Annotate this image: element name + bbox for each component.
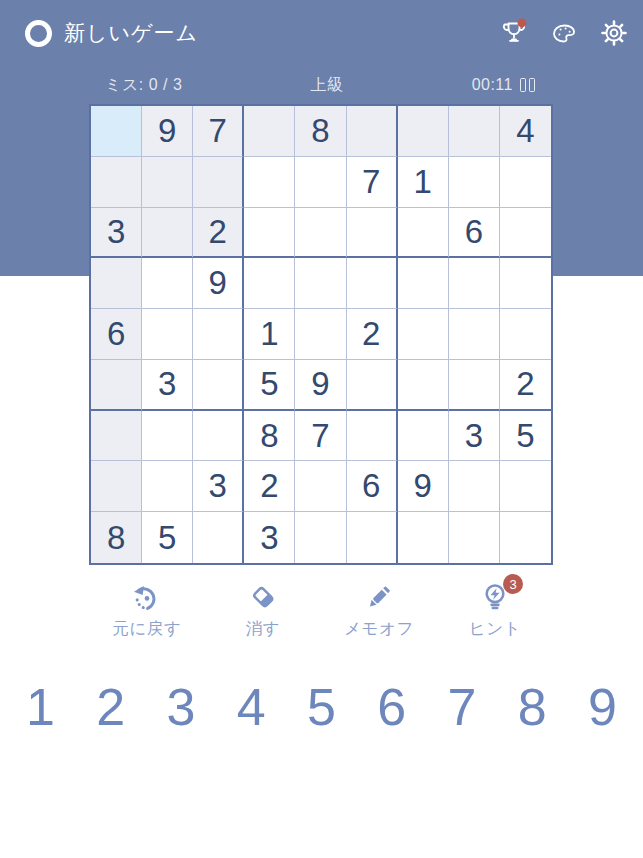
mistakes-counter: ミス: 0 / 3: [105, 75, 182, 96]
cell-r9c8[interactable]: [449, 512, 500, 563]
difficulty-label: 上級: [310, 75, 343, 96]
cell-r3c2[interactable]: [142, 208, 193, 259]
pause-button[interactable]: [520, 78, 535, 92]
cell-r2c2[interactable]: [142, 157, 193, 208]
cell-r3c5[interactable]: [295, 208, 346, 259]
erase-button[interactable]: 消す: [205, 581, 321, 647]
cell-r6c5[interactable]: 9: [295, 360, 346, 411]
cell-r3c3[interactable]: 2: [193, 208, 244, 259]
pencil-icon: [363, 581, 395, 613]
cell-r7c6[interactable]: [347, 411, 398, 462]
cell-r2c6[interactable]: 7: [347, 157, 398, 208]
cell-r3c1[interactable]: 3: [91, 208, 142, 259]
cell-r4c8[interactable]: [449, 258, 500, 309]
numpad-1[interactable]: 1: [26, 681, 55, 733]
cell-r1c3[interactable]: 7: [193, 106, 244, 157]
cell-r8c7[interactable]: 9: [398, 461, 449, 512]
timer-group: 00:11: [472, 76, 535, 94]
cell-r7c7[interactable]: [398, 411, 449, 462]
undo-icon: [131, 581, 163, 613]
cell-r8c2[interactable]: [142, 461, 193, 512]
numpad-4[interactable]: 4: [237, 681, 266, 733]
cell-r5c8[interactable]: [449, 309, 500, 360]
cell-r6c2[interactable]: 3: [142, 360, 193, 411]
settings-gear-button[interactable]: [599, 18, 629, 48]
trophy-button[interactable]: [499, 18, 529, 48]
header-bar: 新しいゲーム: [0, 14, 643, 52]
cell-r7c1[interactable]: [91, 411, 142, 462]
cell-r6c4[interactable]: 5: [244, 360, 295, 411]
hint-label: ヒント: [469, 618, 521, 640]
hint-count-badge: 3: [503, 574, 523, 594]
cell-r4c5[interactable]: [295, 258, 346, 309]
cell-r1c7[interactable]: [398, 106, 449, 157]
cell-r4c7[interactable]: [398, 258, 449, 309]
cell-r8c1[interactable]: [91, 461, 142, 512]
cell-r1c9[interactable]: 4: [500, 106, 551, 157]
cell-r8c4[interactable]: 2: [244, 461, 295, 512]
cell-r3c8[interactable]: 6: [449, 208, 500, 259]
numpad-2[interactable]: 2: [96, 681, 125, 733]
number-pad: 123456789: [0, 672, 643, 742]
cell-r3c9[interactable]: [500, 208, 551, 259]
cell-r1c4[interactable]: [244, 106, 295, 157]
cell-r3c4[interactable]: [244, 208, 295, 259]
cell-r8c6[interactable]: 6: [347, 461, 398, 512]
cell-r5c4[interactable]: 1: [244, 309, 295, 360]
trophy-icon: [499, 18, 529, 48]
cell-r7c8[interactable]: 3: [449, 411, 500, 462]
cell-r2c1[interactable]: [91, 157, 142, 208]
cell-r6c6[interactable]: [347, 360, 398, 411]
cell-r4c9[interactable]: [500, 258, 551, 309]
cell-r5c1[interactable]: 6: [91, 309, 142, 360]
memo-label: メモオフ: [344, 618, 414, 640]
cell-r2c5[interactable]: [295, 157, 346, 208]
cell-r1c8[interactable]: [449, 106, 500, 157]
cell-r9c1[interactable]: 8: [91, 512, 142, 563]
hint-button[interactable]: 3 ヒント: [437, 581, 553, 647]
numpad-3[interactable]: 3: [167, 681, 196, 733]
cell-r9c9[interactable]: [500, 512, 551, 563]
cell-r3c7[interactable]: [398, 208, 449, 259]
cell-r2c8[interactable]: [449, 157, 500, 208]
new-game-button[interactable]: 新しいゲーム: [64, 19, 198, 47]
cell-r6c1[interactable]: [91, 360, 142, 411]
cell-r4c2[interactable]: [142, 258, 193, 309]
status-bar: ミス: 0 / 3 上級 00:11: [89, 74, 553, 96]
cell-r4c1[interactable]: [91, 258, 142, 309]
cell-r6c8[interactable]: [449, 360, 500, 411]
memo-button[interactable]: メモオフ: [321, 581, 437, 647]
cell-r3c6[interactable]: [347, 208, 398, 259]
cell-r4c6[interactable]: [347, 258, 398, 309]
cell-r1c1[interactable]: [91, 106, 142, 157]
cell-r2c9[interactable]: [500, 157, 551, 208]
cell-r2c7[interactable]: 1: [398, 157, 449, 208]
palette-button[interactable]: [549, 18, 579, 48]
cell-r9c6[interactable]: [347, 512, 398, 563]
cell-r6c3[interactable]: [193, 360, 244, 411]
cell-r8c9[interactable]: [500, 461, 551, 512]
undo-button[interactable]: 元に戻す: [89, 581, 205, 647]
record-ring-icon: [25, 20, 52, 47]
cell-r5c6[interactable]: 2: [347, 309, 398, 360]
cell-r4c4[interactable]: [244, 258, 295, 309]
cell-r9c4[interactable]: 3: [244, 512, 295, 563]
undo-label: 元に戻す: [113, 618, 182, 640]
cell-r4c3[interactable]: 9: [193, 258, 244, 309]
toolbar: 元に戻す 消す メモオフ 3 ヒント: [89, 581, 553, 647]
cell-r2c3[interactable]: [193, 157, 244, 208]
numpad-7[interactable]: 7: [448, 681, 477, 733]
erase-label: 消す: [246, 618, 280, 640]
cell-r9c3[interactable]: [193, 512, 244, 563]
numpad-6[interactable]: 6: [377, 681, 406, 733]
cell-r1c2[interactable]: 9: [142, 106, 193, 157]
cell-r8c3[interactable]: 3: [193, 461, 244, 512]
numpad-9[interactable]: 9: [588, 681, 617, 733]
cell-r9c2[interactable]: 5: [142, 512, 193, 563]
cell-r7c5[interactable]: 7: [295, 411, 346, 462]
cell-r8c8[interactable]: [449, 461, 500, 512]
cell-r5c5[interactable]: [295, 309, 346, 360]
header-icon-group: [499, 14, 629, 52]
sudoku-board: 9784713269612359287353269853: [89, 104, 553, 565]
cell-r1c5[interactable]: 8: [295, 106, 346, 157]
cell-r2c4[interactable]: [244, 157, 295, 208]
cell-r6c9[interactable]: 2: [500, 360, 551, 411]
eraser-icon: [247, 581, 279, 613]
cell-r7c4[interactable]: 8: [244, 411, 295, 462]
cell-r5c2[interactable]: [142, 309, 193, 360]
cell-r7c9[interactable]: 5: [500, 411, 551, 462]
cell-r6c7[interactable]: [398, 360, 449, 411]
cell-r5c7[interactable]: [398, 309, 449, 360]
cell-r1c6[interactable]: [347, 106, 398, 157]
numpad-8[interactable]: 8: [518, 681, 547, 733]
timer-value: 00:11: [472, 76, 513, 94]
cell-r9c5[interactable]: [295, 512, 346, 563]
cell-r9c7[interactable]: [398, 512, 449, 563]
cell-r7c3[interactable]: [193, 411, 244, 462]
cell-r8c5[interactable]: [295, 461, 346, 512]
cell-r5c9[interactable]: [500, 309, 551, 360]
cell-r7c2[interactable]: [142, 411, 193, 462]
numpad-5[interactable]: 5: [307, 681, 336, 733]
notification-dot: [518, 19, 527, 28]
cell-r5c3[interactable]: [193, 309, 244, 360]
